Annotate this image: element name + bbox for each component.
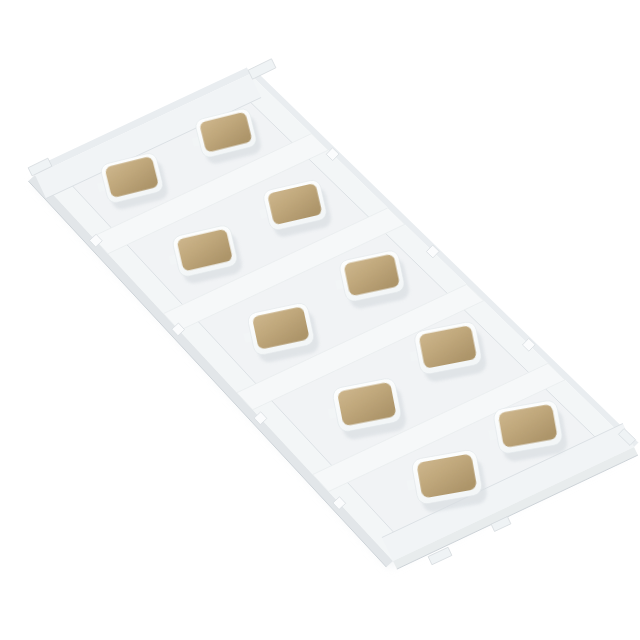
product-photo [0, 0, 640, 640]
marker-card-photo [0, 0, 640, 640]
